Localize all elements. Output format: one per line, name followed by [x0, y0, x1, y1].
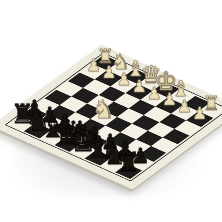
product-photo: ♜♞♟♝♟♛♟♚♟♝♟♟♜♟♟♞♟♟♜♟♞♟♝♟♛♟♚♟♝♟♞♜	[0, 0, 222, 222]
